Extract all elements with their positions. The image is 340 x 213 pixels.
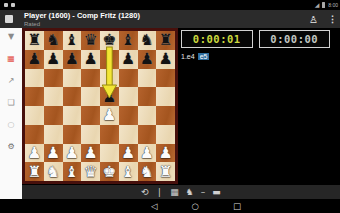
square-f5[interactable] (119, 87, 138, 106)
piece-black-pawn[interactable]: ♟ (159, 50, 173, 68)
square-h7[interactable]: ♟ (156, 50, 175, 69)
square-b7[interactable]: ♟ (44, 50, 63, 69)
black-clock-time: 0:00:00 (270, 33, 318, 45)
rotate-icon[interactable]: ⟲ (141, 187, 149, 197)
square-g8[interactable]: ♞ (138, 31, 157, 50)
square-g2[interactable]: ♟ (138, 144, 157, 163)
square-d3[interactable] (81, 125, 100, 144)
square-g7[interactable]: ♟ (138, 50, 157, 69)
square-a4[interactable] (25, 106, 44, 125)
content-area: ▼▦↗❏○⚙ ♜♞♝♛♚♝♞♜♟♟♟♟♟♟♟♟♟♟♟♟♟♟♟♟♜♞♝♛♚♝♞♜ … (0, 28, 340, 199)
piece-white-pawn[interactable]: ♟ (140, 144, 154, 162)
piece-white-knight[interactable]: ♞ (46, 163, 60, 181)
folder-icon[interactable]: ❏ (7, 98, 14, 107)
piece-white-bishop[interactable]: ♝ (121, 163, 135, 181)
move-white[interactable]: 1.e4 (181, 53, 195, 60)
square-c4[interactable] (63, 106, 82, 125)
piece-white-pawn[interactable]: ♟ (27, 144, 41, 162)
square-f3[interactable] (119, 125, 138, 144)
back-icon[interactable]: ◁ (151, 201, 158, 211)
square-b1[interactable]: ♞ (44, 162, 63, 181)
square-c7[interactable]: ♟ (63, 50, 82, 69)
piece-white-pawn[interactable]: ♟ (121, 144, 135, 162)
android-nav-bar: ◁○□ (0, 199, 340, 213)
square-d2[interactable]: ♟ (81, 144, 100, 163)
action-bar: Player (1600) - Comp Fritz (1280) Rated … (0, 10, 340, 28)
square-d6[interactable] (81, 69, 100, 88)
filter-icon[interactable]: ▼ (8, 32, 14, 41)
square-e6[interactable] (100, 69, 119, 88)
notification-icon (4, 3, 8, 7)
move-list: 1.e4 e5 (178, 48, 340, 60)
square-e3[interactable] (100, 125, 119, 144)
square-a6[interactable] (25, 69, 44, 88)
piece-white-rook[interactable]: ♜ (27, 163, 41, 181)
square-e1[interactable]: ♚ (100, 162, 119, 181)
notification-icon (11, 3, 15, 7)
piece-black-pawn[interactable]: ♟ (27, 50, 41, 68)
square-g4[interactable] (138, 106, 157, 125)
piece-white-rook[interactable]: ♜ (159, 163, 173, 181)
board-red-icon[interactable]: ▦ (7, 54, 15, 63)
square-b6[interactable] (44, 69, 63, 88)
share-icon[interactable]: ↗ (8, 76, 15, 85)
black-clock: 0:00:00 (259, 30, 331, 48)
piece-black-bishop[interactable]: ♝ (121, 31, 135, 49)
piece-black-pawn[interactable]: ♟ (46, 50, 60, 68)
settings-gear-icon[interactable]: ⚙ (7, 142, 14, 151)
square-e5[interactable]: ♟ (100, 87, 119, 106)
clock-icon[interactable]: ○ (8, 120, 15, 129)
minus-icon[interactable]: – (201, 187, 206, 197)
square-d7[interactable]: ♟ (81, 50, 100, 69)
square-c3[interactable] (63, 125, 82, 144)
square-a5[interactable] (25, 87, 44, 106)
square-a1[interactable]: ♜ (25, 162, 44, 181)
white-clock-time: 0:00:01 (193, 33, 241, 45)
rated-label: Rated (24, 21, 140, 27)
square-b8[interactable]: ♞ (44, 31, 63, 50)
piece-white-pawn[interactable]: ♟ (159, 144, 173, 162)
square-f7[interactable]: ♟ (119, 50, 138, 69)
app-screen: ◢ 8:00 Player (1600) - Comp Fritz (1280)… (0, 0, 340, 213)
piece-white-pawn[interactable]: ♟ (102, 106, 116, 124)
square-f1[interactable]: ♝ (119, 162, 138, 181)
overflow-menu-icon[interactable]: ⋮ (328, 14, 337, 24)
bottom-toolbar: ⟲❘▦♞–▬ (22, 185, 340, 199)
piece-black-rook[interactable]: ♜ (159, 31, 173, 49)
stop-icon[interactable] (5, 15, 13, 23)
square-a8[interactable]: ♜ (25, 31, 44, 50)
square-d5[interactable] (81, 87, 100, 106)
square-h2[interactable]: ♟ (156, 144, 175, 163)
piece-black-pawn[interactable]: ♟ (65, 50, 79, 68)
square-b2[interactable]: ♟ (44, 144, 63, 163)
square-b3[interactable] (44, 125, 63, 144)
chess-board: ♜♞♝♛♚♝♞♜♟♟♟♟♟♟♟♟♟♟♟♟♟♟♟♟♜♞♝♛♚♝♞♜ (22, 28, 178, 184)
piece-black-pawn[interactable]: ♟ (140, 50, 154, 68)
square-c6[interactable] (63, 69, 82, 88)
piece-black-queen[interactable]: ♛ (84, 31, 98, 49)
piece-black-rook[interactable]: ♜ (27, 31, 41, 49)
square-g3[interactable] (138, 125, 157, 144)
android-status-bar: ◢ 8:00 (0, 0, 340, 10)
piece-white-knight[interactable]: ♞ (140, 163, 154, 181)
clocks: 0:00:01 0:00:00 (178, 28, 340, 48)
status-time: 8:00 (328, 1, 338, 9)
status-right-cluster: ◢ 8:00 (315, 1, 338, 9)
square-c1[interactable]: ♝ (63, 162, 82, 181)
battery-icon (322, 2, 325, 8)
setup-board-icon[interactable]: ▦ (170, 187, 179, 197)
white-clock: 0:00:01 (181, 30, 253, 48)
piece-white-bishop[interactable]: ♝ (65, 163, 79, 181)
square-h8[interactable]: ♜ (156, 31, 175, 50)
square-e2[interactable] (100, 144, 119, 163)
square-e7[interactable] (100, 50, 119, 69)
square-a7[interactable]: ♟ (25, 50, 44, 69)
home-icon[interactable]: ○ (192, 201, 199, 211)
square-b5[interactable] (44, 87, 63, 106)
square-g1[interactable]: ♞ (138, 162, 157, 181)
engine-knight-icon[interactable]: ♞ (186, 187, 194, 197)
bar-icon[interactable]: ▬ (212, 187, 221, 197)
square-f8[interactable]: ♝ (119, 31, 138, 50)
square-h6[interactable] (156, 69, 175, 88)
piece-white-pawn[interactable]: ♟ (65, 144, 79, 162)
piece-black-knight[interactable]: ♞ (46, 31, 60, 49)
title-block: Player (1600) - Comp Fritz (1280) Rated (24, 11, 140, 27)
square-d4[interactable] (81, 106, 100, 125)
piece-icon[interactable]: ♙ (309, 14, 318, 25)
signal-icon: ◢ (315, 2, 320, 8)
square-c5[interactable] (63, 87, 82, 106)
piece-black-knight[interactable]: ♞ (140, 31, 154, 49)
piece-black-pawn[interactable]: ♟ (102, 88, 116, 106)
square-g6[interactable] (138, 69, 157, 88)
square-h4[interactable] (156, 106, 175, 125)
piece-black-pawn[interactable]: ♟ (121, 50, 135, 68)
square-a3[interactable] (25, 125, 44, 144)
square-h3[interactable] (156, 125, 175, 144)
board-grid: ♜♞♝♛♚♝♞♜♟♟♟♟♟♟♟♟♟♟♟♟♟♟♟♟♜♞♝♛♚♝♞♜ (25, 31, 175, 181)
square-f2[interactable]: ♟ (119, 144, 138, 163)
piece-white-pawn[interactable]: ♟ (84, 144, 98, 162)
square-c8[interactable]: ♝ (63, 31, 82, 50)
right-panel: 0:00:01 0:00:00 1.e4 e5 (178, 28, 340, 185)
square-f4[interactable] (119, 106, 138, 125)
piece-black-pawn[interactable]: ♟ (84, 50, 98, 68)
move-black-selected[interactable]: e5 (198, 53, 210, 60)
piece-white-queen[interactable]: ♛ (84, 163, 98, 181)
piece-black-king[interactable]: ♚ (102, 31, 116, 49)
square-d1[interactable]: ♛ (81, 162, 100, 181)
square-h5[interactable] (156, 87, 175, 106)
divider-icon[interactable]: ❘ (156, 187, 164, 197)
square-e4[interactable]: ♟ (100, 106, 119, 125)
piece-white-pawn[interactable]: ♟ (46, 144, 60, 162)
recents-icon[interactable]: □ (233, 201, 241, 211)
piece-black-bishop[interactable]: ♝ (65, 31, 79, 49)
square-h1[interactable]: ♜ (156, 162, 175, 181)
square-e8[interactable]: ♚ (100, 31, 119, 50)
piece-white-king[interactable]: ♚ (102, 163, 116, 181)
page-title: Player (1600) - Comp Fritz (1280) (24, 11, 140, 20)
square-f6[interactable] (119, 69, 138, 88)
square-c2[interactable]: ♟ (63, 144, 82, 163)
square-b4[interactable] (44, 106, 63, 125)
left-sidebar: ▼▦↗❏○⚙ (0, 28, 22, 199)
square-a2[interactable]: ♟ (25, 144, 44, 163)
square-g5[interactable] (138, 87, 157, 106)
square-d8[interactable]: ♛ (81, 31, 100, 50)
